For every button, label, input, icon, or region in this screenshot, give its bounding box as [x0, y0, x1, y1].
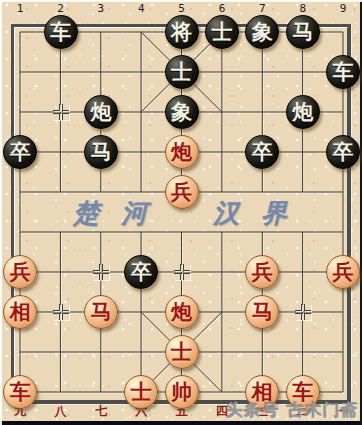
piece-red-cannon[interactable]: 炮: [165, 295, 199, 329]
piece-red-advisor[interactable]: 士: [124, 375, 158, 409]
piece-red-cannon[interactable]: 炮: [165, 135, 199, 169]
piece-black-soldier[interactable]: 卒: [3, 135, 37, 169]
piece-black-advisor[interactable]: 士: [205, 15, 239, 49]
piece-red-general[interactable]: 帅: [165, 375, 199, 409]
piece-red-soldier[interactable]: 兵: [326, 255, 360, 289]
point-marker: [174, 264, 190, 280]
piece-red-horse[interactable]: 马: [245, 295, 279, 329]
piece-red-soldier[interactable]: 兵: [3, 255, 37, 289]
point-marker: [93, 264, 109, 280]
piece-black-advisor[interactable]: 士: [165, 55, 199, 89]
point-marker: [295, 304, 311, 320]
piece-black-elephant[interactable]: 象: [245, 15, 279, 49]
piece-black-chariot[interactable]: 车: [44, 15, 78, 49]
piece-black-cannon[interactable]: 炮: [84, 95, 118, 129]
piece-red-elephant[interactable]: 相: [3, 295, 37, 329]
piece-black-soldier[interactable]: 卒: [124, 255, 158, 289]
piece-red-chariot[interactable]: 车: [3, 375, 37, 409]
point-marker: [53, 104, 69, 120]
xiangqi-board-screenshot: 123456789 九八七六五四三二一 楚河 汉界 车将士象马士车炮象炮卒马炮卒…: [0, 0, 362, 425]
piece-red-soldier[interactable]: 兵: [165, 175, 199, 209]
piece-black-elephant[interactable]: 象: [165, 95, 199, 129]
piece-red-soldier[interactable]: 兵: [245, 255, 279, 289]
piece-red-horse[interactable]: 马: [84, 295, 118, 329]
piece-black-general[interactable]: 将: [165, 15, 199, 49]
piece-black-horse[interactable]: 马: [84, 135, 118, 169]
board-grid: 车将士象马士车炮象炮卒马炮卒卒兵兵卒兵兵相马炮马士车士帅相车: [0, 12, 362, 412]
piece-red-advisor[interactable]: 士: [165, 335, 199, 369]
watermark-text: 头条号 古木门斋: [226, 399, 359, 422]
piece-black-horse[interactable]: 马: [286, 15, 320, 49]
piece-black-cannon[interactable]: 炮: [286, 95, 320, 129]
piece-black-soldier[interactable]: 卒: [326, 135, 360, 169]
piece-black-soldier[interactable]: 卒: [245, 135, 279, 169]
point-marker: [53, 304, 69, 320]
piece-black-chariot[interactable]: 车: [326, 55, 360, 89]
